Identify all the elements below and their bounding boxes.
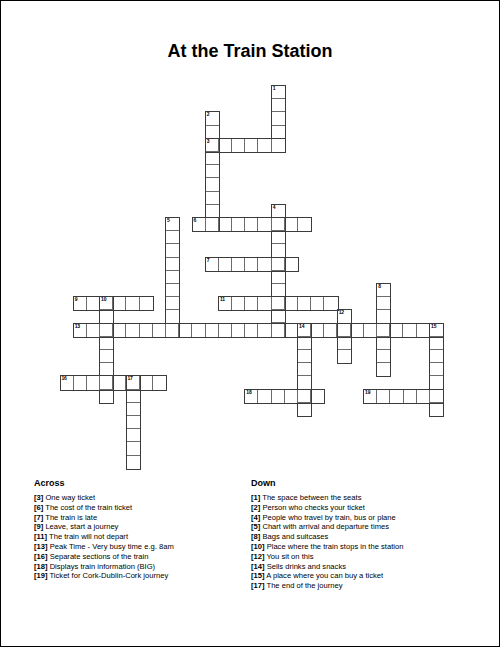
cell (113, 376, 126, 389)
cell (390, 324, 403, 337)
clue-across-16: [16] Separate sections of the train (34, 552, 246, 562)
cell (140, 324, 153, 337)
cell (272, 218, 285, 231)
cell (272, 324, 285, 337)
clue-number: 15 (431, 324, 436, 330)
cell (258, 324, 271, 337)
cell (272, 284, 285, 297)
cell (377, 363, 390, 376)
cell (127, 429, 140, 442)
cell (364, 324, 377, 337)
clue-number-label: [4] (251, 513, 260, 522)
cell (285, 390, 298, 403)
cell (377, 310, 390, 323)
cell (390, 390, 403, 403)
cell (272, 231, 285, 244)
cell (179, 324, 192, 337)
cell (87, 297, 100, 310)
cell (206, 324, 219, 337)
cell (285, 324, 298, 337)
cell (417, 390, 430, 403)
clue-down-5: [5] Chart with arrival and departure tim… (251, 522, 491, 532)
cell (258, 139, 271, 152)
cell (272, 271, 285, 284)
cell (377, 390, 390, 403)
cell (351, 324, 364, 337)
cell: 16 (61, 376, 74, 389)
cell (377, 337, 390, 350)
cell (285, 297, 298, 310)
across-header: Across (34, 479, 246, 488)
cell (337, 324, 350, 337)
cell (285, 258, 298, 271)
clue-number-label: [3] (34, 493, 43, 502)
cell (100, 324, 113, 337)
cell (232, 139, 245, 152)
cell (272, 310, 285, 323)
clue-number-label: [14] (251, 562, 265, 571)
cell (206, 178, 219, 191)
cell (324, 297, 337, 310)
clue-down-17: [17] The end of the journey (251, 581, 491, 591)
clue-number: 3 (207, 139, 210, 145)
cell (166, 271, 179, 284)
word-17-down: 17 (126, 375, 141, 469)
cell (298, 376, 311, 389)
cell: 17 (127, 376, 140, 389)
cell (232, 324, 245, 337)
cell (232, 218, 245, 231)
clue-number: 8 (378, 284, 381, 290)
cell (272, 139, 285, 152)
clue-number-label: [1] (251, 493, 260, 502)
clue-number: 6 (194, 218, 197, 224)
cell: 14 (298, 324, 311, 337)
clue-number-label: [18] (34, 562, 48, 571)
cell (272, 112, 285, 125)
clue-number: 12 (339, 310, 344, 316)
clue-number: 11 (220, 297, 225, 303)
cell (324, 324, 337, 337)
cell (258, 258, 271, 271)
cell: 4 (272, 205, 285, 218)
cell (298, 363, 311, 376)
clue-across-7: [7] The train is late (34, 513, 246, 523)
cell (219, 324, 232, 337)
clue-number-label: [2] (251, 503, 260, 512)
cell (232, 258, 245, 271)
word-7-across: 7 (205, 257, 299, 272)
clue-number-label: [9] (34, 522, 43, 531)
clue-across-6: [6] The cost of the train ticket (34, 503, 246, 513)
cell: 13 (74, 324, 87, 337)
cell (245, 218, 258, 231)
cell (311, 324, 324, 337)
cell (127, 456, 140, 469)
cell (377, 350, 390, 363)
word-5-down: 5 (165, 217, 180, 338)
cell (166, 297, 179, 310)
cell (338, 350, 351, 363)
cell (272, 99, 285, 112)
clue-number-label: [15] (251, 571, 265, 580)
clue-number: 18 (246, 390, 251, 396)
cell (153, 324, 166, 337)
cell (206, 192, 219, 205)
clue-down-8: [8] Bags and suitcases (251, 532, 491, 542)
cell (219, 218, 232, 231)
cell (272, 258, 285, 271)
cell (206, 165, 219, 178)
cell (258, 390, 271, 403)
cell (298, 297, 311, 310)
cell (166, 284, 179, 297)
cell (430, 390, 443, 403)
cell: 11 (219, 297, 232, 310)
word-6-across: 6 (192, 217, 313, 232)
cell (430, 363, 443, 376)
clue-across-9: [9] Leave, start a journey (34, 522, 246, 532)
cell (311, 297, 324, 310)
clue-number: 19 (365, 390, 370, 396)
word-2-down: 2 (205, 111, 220, 232)
cell (166, 231, 179, 244)
down-clues-section: Down [1] The space between the seats[2] … (251, 479, 491, 591)
clue-number: 13 (75, 324, 80, 330)
cell (127, 403, 140, 416)
word-11-across: 11 (218, 296, 339, 311)
cell (272, 126, 285, 139)
cell (87, 324, 100, 337)
clue-down-15: [15] A place where you can buy a ticket (251, 571, 491, 581)
cell (166, 244, 179, 257)
cell (245, 258, 258, 271)
clue-across-11: [11] The train will not depart (34, 532, 246, 542)
clue-number-label: [17] (251, 581, 265, 590)
clue-across-3: [3] One way ticket (34, 493, 246, 503)
clue-down-1: [1] The space between the seats (251, 493, 491, 503)
across-clues-section: Across [3] One way ticket[6] The cost of… (34, 479, 246, 581)
cell (403, 324, 416, 337)
clue-number-label: [10] (251, 542, 265, 551)
cell (285, 218, 298, 231)
cell: 5 (166, 218, 179, 231)
clue-number: 16 (62, 376, 67, 382)
clue-number-label: [16] (34, 552, 48, 561)
cell (298, 403, 311, 416)
cell (430, 403, 443, 416)
word-19-across: 19 (363, 389, 444, 404)
clue-number: 7 (207, 258, 210, 264)
cell (377, 324, 390, 337)
clue-across-13: [13] Peak Time - Very busy time e.g. 8am (34, 542, 246, 552)
cell (100, 310, 113, 323)
clue-number-label: [5] (251, 522, 260, 531)
clue-number-label: [7] (34, 513, 43, 522)
cell (219, 139, 232, 152)
cell: 9 (74, 297, 87, 310)
cell (100, 337, 113, 350)
cell: 8 (377, 284, 390, 297)
cell (74, 376, 87, 389)
cell (166, 324, 179, 337)
cell (232, 297, 245, 310)
cell (166, 310, 179, 323)
clue-number: 17 (128, 376, 133, 382)
cell (153, 376, 166, 389)
cell (100, 350, 113, 363)
cell (245, 297, 258, 310)
clue-down-12: [12] You sit on this (251, 552, 491, 562)
cell (166, 258, 179, 271)
word-18-across: 18 (244, 389, 325, 404)
cell (100, 363, 113, 376)
cell (140, 376, 153, 389)
cell (87, 376, 100, 389)
cell (127, 416, 140, 429)
clue-number: 1 (273, 86, 276, 92)
clue-down-2: [2] Person who checks your ticket (251, 503, 491, 513)
cell (127, 390, 140, 403)
cell: 3 (206, 139, 219, 152)
cell (206, 205, 219, 218)
clue-number: 10 (101, 297, 106, 303)
cell (219, 258, 232, 271)
cell (430, 337, 443, 350)
cell (404, 390, 417, 403)
clue-number: 9 (75, 297, 78, 303)
cell: 7 (206, 258, 219, 271)
worksheet-page: At the Train Station 1234567891011121314… (0, 0, 500, 647)
cell (298, 350, 311, 363)
cell (298, 218, 311, 231)
cell (430, 376, 443, 389)
cell (127, 442, 140, 455)
clue-down-10: [10] Place where the train stops in the … (251, 542, 491, 552)
cell: 10 (100, 297, 113, 310)
word-16-across: 16 (60, 375, 168, 390)
clue-number: 14 (299, 324, 304, 330)
clue-down-4: [4] People who travel by train, bus or p… (251, 513, 491, 523)
cell (258, 297, 271, 310)
cell (140, 297, 153, 310)
clue-number-label: [6] (34, 503, 43, 512)
cell (245, 324, 258, 337)
cell (272, 390, 285, 403)
clue-down-14: [14] Sells drinks and snacks (251, 562, 491, 572)
clue-number-label: [8] (251, 532, 260, 541)
word-3-across: 3 (205, 138, 286, 153)
clue-number-label: [19] (34, 571, 48, 580)
cell (206, 218, 219, 231)
word-13-across: 13 (73, 323, 444, 338)
cell (298, 390, 311, 403)
cell (126, 324, 139, 337)
cell: 2 (206, 112, 219, 125)
clue-across-18: [18] Displays train information (BIG) (34, 562, 246, 572)
clue-across-19: [19] Ticket for Cork-Dublin-Cork journey (34, 571, 246, 581)
cell (100, 390, 113, 403)
clue-number-label: [13] (34, 542, 48, 551)
cell: 18 (245, 390, 258, 403)
cell (417, 324, 430, 337)
cell (298, 337, 311, 350)
cell (192, 324, 205, 337)
cell (206, 126, 219, 139)
clue-number-label: [11] (34, 532, 47, 541)
cell (100, 376, 113, 389)
cell (272, 244, 285, 257)
cell: 6 (193, 218, 206, 231)
cell (126, 297, 139, 310)
cell (258, 218, 271, 231)
cell: 1 (272, 86, 285, 99)
cell (245, 139, 258, 152)
cell (377, 297, 390, 310)
cell (113, 297, 126, 310)
cell (113, 324, 126, 337)
down-header: Down (251, 479, 491, 488)
cell: 15 (430, 324, 443, 337)
cell: 19 (364, 390, 377, 403)
cell (272, 297, 285, 310)
clue-number: 2 (207, 112, 210, 118)
cell (311, 390, 324, 403)
clue-number: 4 (273, 205, 276, 211)
clue-number-label: [12] (251, 552, 265, 561)
cell (338, 337, 351, 350)
cell (206, 152, 219, 165)
clue-number: 5 (167, 218, 170, 224)
cell (430, 350, 443, 363)
cell: 12 (338, 310, 351, 323)
